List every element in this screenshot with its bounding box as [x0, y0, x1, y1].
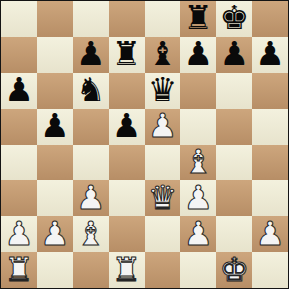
square-b6[interactable] [37, 73, 73, 109]
square-c3[interactable]: ♟ [73, 180, 109, 216]
square-e1[interactable] [145, 252, 181, 288]
square-a4[interactable] [1, 145, 37, 181]
square-c6[interactable]: ♞ [73, 73, 109, 109]
square-b7[interactable] [37, 37, 73, 73]
square-h6[interactable] [252, 73, 288, 109]
square-f4[interactable]: ♝ [180, 145, 216, 181]
square-a6[interactable]: ♟ [1, 73, 37, 109]
square-f8[interactable]: ♜ [180, 1, 216, 37]
square-h3[interactable] [252, 180, 288, 216]
square-f1[interactable] [180, 252, 216, 288]
piece-black-pawn[interactable]: ♟ [40, 109, 70, 142]
piece-white-pawn[interactable]: ♟ [4, 217, 34, 250]
square-e3[interactable]: ♛ [145, 180, 181, 216]
square-g6[interactable] [216, 73, 252, 109]
square-d2[interactable] [109, 216, 145, 252]
square-e6[interactable]: ♛ [145, 73, 181, 109]
square-d5[interactable]: ♟ [109, 109, 145, 145]
piece-white-pawn[interactable]: ♟ [76, 181, 106, 214]
piece-white-bishop[interactable]: ♝ [76, 217, 106, 250]
square-h2[interactable]: ♟ [252, 216, 288, 252]
square-g2[interactable] [216, 216, 252, 252]
piece-white-king[interactable]: ♚ [219, 253, 249, 286]
square-d8[interactable] [109, 1, 145, 37]
square-b5[interactable]: ♟ [37, 109, 73, 145]
square-c8[interactable] [73, 1, 109, 37]
piece-black-pawn[interactable]: ♟ [255, 37, 285, 70]
piece-white-bishop[interactable]: ♝ [184, 145, 214, 178]
square-d4[interactable] [109, 145, 145, 181]
square-h5[interactable] [252, 109, 288, 145]
square-a5[interactable] [1, 109, 37, 145]
square-f7[interactable]: ♟ [180, 37, 216, 73]
square-h1[interactable] [252, 252, 288, 288]
square-f5[interactable] [180, 109, 216, 145]
square-b3[interactable] [37, 180, 73, 216]
square-g1[interactable]: ♚ [216, 252, 252, 288]
piece-white-pawn[interactable]: ♟ [255, 217, 285, 250]
square-c5[interactable] [73, 109, 109, 145]
square-e4[interactable] [145, 145, 181, 181]
square-d7[interactable]: ♜ [109, 37, 145, 73]
piece-black-pawn[interactable]: ♟ [4, 73, 34, 106]
square-f6[interactable] [180, 73, 216, 109]
piece-black-pawn[interactable]: ♟ [219, 37, 249, 70]
square-g7[interactable]: ♟ [216, 37, 252, 73]
square-b8[interactable] [37, 1, 73, 37]
piece-black-queen[interactable]: ♛ [148, 73, 178, 106]
square-a2[interactable]: ♟ [1, 216, 37, 252]
square-h8[interactable] [252, 1, 288, 37]
piece-black-rook[interactable]: ♜ [112, 37, 142, 70]
square-b1[interactable] [37, 252, 73, 288]
piece-white-queen[interactable]: ♛ [148, 181, 178, 214]
square-e7[interactable]: ♝ [145, 37, 181, 73]
square-a8[interactable] [1, 1, 37, 37]
chess-board-frame: ♜♚♟♜♝♟♟♟♟♞♛♟♟♟♝♟♛♟♟♟♝♟♟♜♜♚ [0, 0, 289, 289]
piece-black-bishop[interactable]: ♝ [148, 37, 178, 70]
square-f3[interactable]: ♟ [180, 180, 216, 216]
piece-white-pawn[interactable]: ♟ [40, 217, 70, 250]
square-g5[interactable] [216, 109, 252, 145]
piece-black-king[interactable]: ♚ [219, 1, 249, 34]
piece-black-rook[interactable]: ♜ [184, 1, 214, 34]
piece-black-knight[interactable]: ♞ [76, 73, 106, 106]
piece-white-rook[interactable]: ♜ [4, 253, 34, 286]
square-a7[interactable] [1, 37, 37, 73]
square-c7[interactable]: ♟ [73, 37, 109, 73]
square-g3[interactable] [216, 180, 252, 216]
piece-black-pawn[interactable]: ♟ [76, 37, 106, 70]
square-h4[interactable] [252, 145, 288, 181]
square-d1[interactable]: ♜ [109, 252, 145, 288]
square-c2[interactable]: ♝ [73, 216, 109, 252]
piece-white-pawn[interactable]: ♟ [184, 217, 214, 250]
square-b4[interactable] [37, 145, 73, 181]
piece-white-rook[interactable]: ♜ [112, 253, 142, 286]
square-b2[interactable]: ♟ [37, 216, 73, 252]
square-c1[interactable] [73, 252, 109, 288]
square-e5[interactable]: ♟ [145, 109, 181, 145]
square-f2[interactable]: ♟ [180, 216, 216, 252]
square-d6[interactable] [109, 73, 145, 109]
square-h7[interactable]: ♟ [252, 37, 288, 73]
piece-white-pawn[interactable]: ♟ [184, 181, 214, 214]
piece-black-pawn[interactable]: ♟ [112, 109, 142, 142]
square-g4[interactable] [216, 145, 252, 181]
square-a3[interactable] [1, 180, 37, 216]
piece-white-pawn[interactable]: ♟ [148, 109, 178, 142]
chess-board: ♜♚♟♜♝♟♟♟♟♞♛♟♟♟♝♟♛♟♟♟♝♟♟♜♜♚ [1, 1, 288, 288]
square-e2[interactable] [145, 216, 181, 252]
square-d3[interactable] [109, 180, 145, 216]
square-c4[interactable] [73, 145, 109, 181]
square-e8[interactable] [145, 1, 181, 37]
piece-black-pawn[interactable]: ♟ [184, 37, 214, 70]
square-a1[interactable]: ♜ [1, 252, 37, 288]
square-g8[interactable]: ♚ [216, 1, 252, 37]
